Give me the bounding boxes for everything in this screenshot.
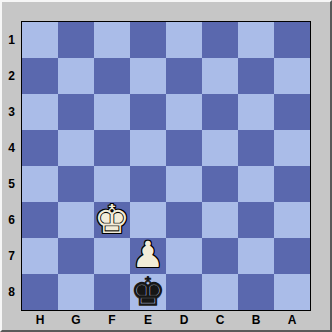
square-b5[interactable] [238, 166, 274, 202]
file-label-h: H [22, 311, 58, 330]
file-labels: HGFEDCBA [22, 311, 310, 330]
square-b8[interactable] [238, 274, 274, 310]
square-a3[interactable] [274, 94, 310, 130]
file-label-g: G [58, 311, 94, 330]
square-b4[interactable] [238, 130, 274, 166]
chess-board-window: 12345678 ♚♟♚ HGFEDCBA [0, 0, 332, 332]
square-f8[interactable] [94, 274, 130, 310]
rank-label-4: 4 [2, 130, 21, 166]
square-f6[interactable]: ♚ [94, 202, 130, 238]
piece-black-king[interactable]: ♚ [130, 271, 166, 311]
square-h1[interactable] [22, 22, 58, 58]
piece-white-king[interactable]: ♚ [94, 199, 130, 239]
square-b3[interactable] [238, 94, 274, 130]
square-e5[interactable] [130, 166, 166, 202]
square-d4[interactable] [166, 130, 202, 166]
file-label-a: A [274, 311, 310, 330]
square-d6[interactable] [166, 202, 202, 238]
square-c8[interactable] [202, 274, 238, 310]
rank-label-7: 7 [2, 238, 21, 274]
square-c4[interactable] [202, 130, 238, 166]
file-label-d: D [166, 311, 202, 330]
square-d5[interactable] [166, 166, 202, 202]
square-c6[interactable] [202, 202, 238, 238]
square-h5[interactable] [22, 166, 58, 202]
square-a6[interactable] [274, 202, 310, 238]
square-d3[interactable] [166, 94, 202, 130]
square-g5[interactable] [58, 166, 94, 202]
square-g8[interactable] [58, 274, 94, 310]
square-g6[interactable] [58, 202, 94, 238]
square-c7[interactable] [202, 238, 238, 274]
square-g7[interactable] [58, 238, 94, 274]
square-c2[interactable] [202, 58, 238, 94]
rank-label-2: 2 [2, 58, 21, 94]
square-h8[interactable] [22, 274, 58, 310]
square-g1[interactable] [58, 22, 94, 58]
rank-label-8: 8 [2, 274, 21, 310]
file-label-b: B [238, 311, 274, 330]
square-a8[interactable] [274, 274, 310, 310]
square-c3[interactable] [202, 94, 238, 130]
square-g4[interactable] [58, 130, 94, 166]
square-h4[interactable] [22, 130, 58, 166]
square-h7[interactable] [22, 238, 58, 274]
square-f1[interactable] [94, 22, 130, 58]
square-b1[interactable] [238, 22, 274, 58]
square-b7[interactable] [238, 238, 274, 274]
rank-label-6: 6 [2, 202, 21, 238]
square-a5[interactable] [274, 166, 310, 202]
file-label-e: E [130, 311, 166, 330]
square-a4[interactable] [274, 130, 310, 166]
square-f3[interactable] [94, 94, 130, 130]
square-d2[interactable] [166, 58, 202, 94]
square-e6[interactable] [130, 202, 166, 238]
rank-label-5: 5 [2, 166, 21, 202]
square-f4[interactable] [94, 130, 130, 166]
square-d8[interactable] [166, 274, 202, 310]
rank-label-1: 1 [2, 22, 21, 58]
square-f2[interactable] [94, 58, 130, 94]
square-c5[interactable] [202, 166, 238, 202]
file-label-f: F [94, 311, 130, 330]
square-e2[interactable] [130, 58, 166, 94]
square-h3[interactable] [22, 94, 58, 130]
square-g2[interactable] [58, 58, 94, 94]
square-d7[interactable] [166, 238, 202, 274]
square-e1[interactable] [130, 22, 166, 58]
square-a2[interactable] [274, 58, 310, 94]
square-d1[interactable] [166, 22, 202, 58]
square-e4[interactable] [130, 130, 166, 166]
square-a1[interactable] [274, 22, 310, 58]
square-b2[interactable] [238, 58, 274, 94]
square-f7[interactable] [94, 238, 130, 274]
chess-board[interactable]: ♚♟♚ [21, 21, 311, 311]
rank-labels: 12345678 [2, 22, 21, 310]
square-e8[interactable]: ♚ [130, 274, 166, 310]
square-h6[interactable] [22, 202, 58, 238]
square-g3[interactable] [58, 94, 94, 130]
file-label-c: C [202, 311, 238, 330]
rank-label-3: 3 [2, 94, 21, 130]
square-b6[interactable] [238, 202, 274, 238]
square-a7[interactable] [274, 238, 310, 274]
square-e3[interactable] [130, 94, 166, 130]
square-c1[interactable] [202, 22, 238, 58]
square-h2[interactable] [22, 58, 58, 94]
